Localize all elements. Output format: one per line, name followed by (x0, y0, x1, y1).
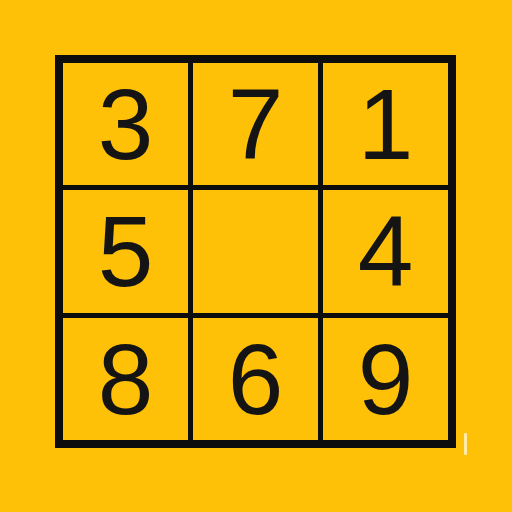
cell-r1c3[interactable]: 1 (323, 63, 448, 185)
cell-r1c1[interactable]: 3 (63, 63, 188, 185)
cell-r2c3[interactable]: 4 (323, 190, 448, 312)
puzzle-screen: 3 7 1 5 4 8 6 9 (0, 0, 512, 512)
cell-r3c2[interactable]: 6 (193, 318, 318, 440)
puzzle-board: 3 7 1 5 4 8 6 9 (55, 55, 456, 448)
cell-r2c2-empty[interactable] (193, 190, 318, 312)
cell-r3c3[interactable]: 9 (323, 318, 448, 440)
cell-r1c2[interactable]: 7 (193, 63, 318, 185)
text-cursor-artifact (464, 433, 467, 455)
cell-r2c1[interactable]: 5 (63, 190, 188, 312)
cell-r3c1[interactable]: 8 (63, 318, 188, 440)
